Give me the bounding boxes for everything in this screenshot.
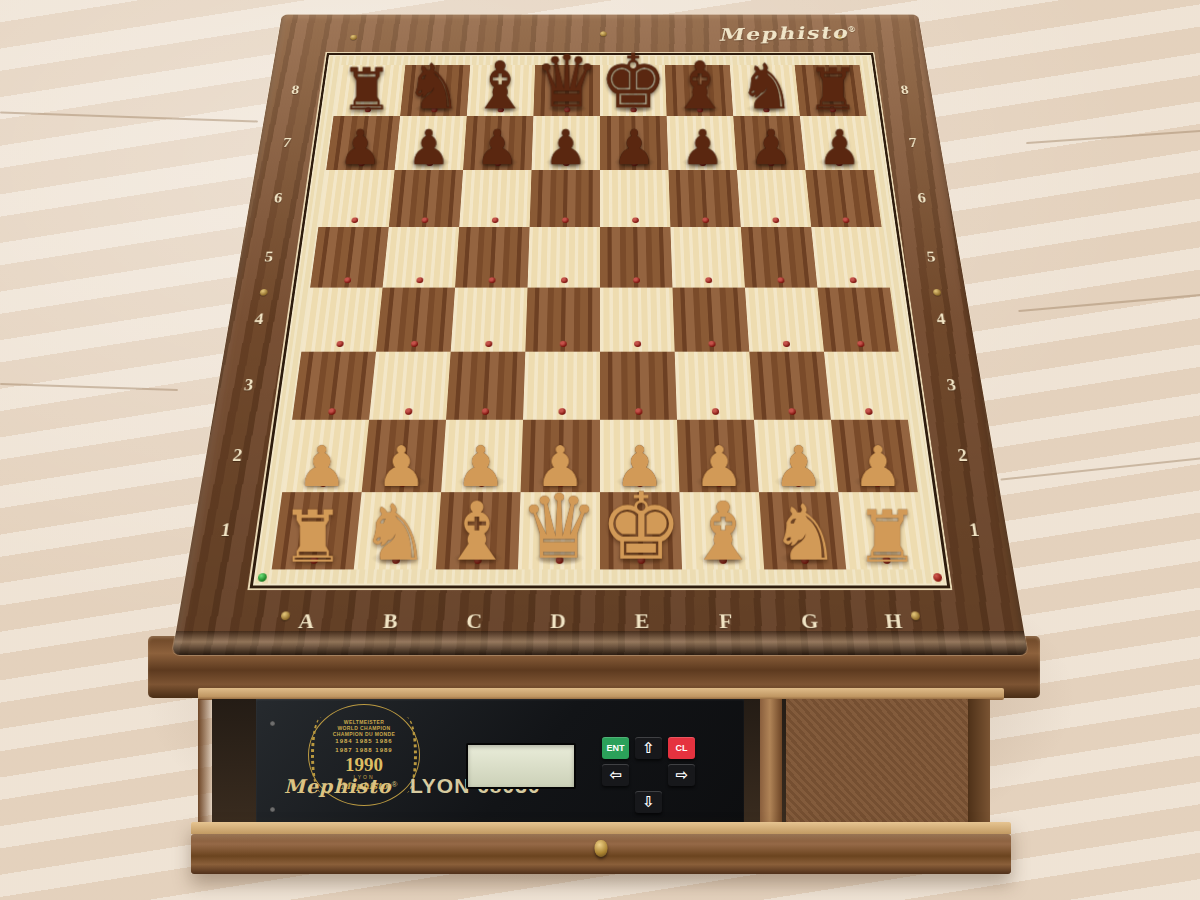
drawer-front-edge [191,822,1011,834]
square-led-icon [310,556,319,563]
square-f6[interactable] [668,170,740,227]
square-h4[interactable] [817,288,898,352]
rank-label-left-8: 8 [269,65,320,116]
square-led-icon [488,277,495,283]
square-d7[interactable] [532,116,600,170]
up-arrow-icon: ⇧ [642,741,655,756]
square-a3[interactable] [292,352,376,420]
square-led-icon [788,408,796,415]
square-led-icon [343,277,350,283]
square-a4[interactable] [301,288,382,352]
square-led-icon [763,107,770,112]
square-e4[interactable] [600,288,675,352]
board-scene: Mephisto® 87654321 87654321 ABCDEFGH ♜♞♝… [172,0,1028,655]
square-c7[interactable] [463,116,533,170]
square-led-icon [637,556,645,563]
square-led-icon [864,408,872,415]
square-led-icon [699,161,706,166]
square-led-icon [635,408,642,415]
square-e3[interactable] [600,352,677,420]
square-h8[interactable] [795,65,867,116]
square-g4[interactable] [745,288,824,352]
square-led-icon [336,341,344,347]
square-d6[interactable] [530,170,600,227]
square-h5[interactable] [811,227,890,287]
square-f5[interactable] [670,227,745,287]
square-led-icon [328,408,336,415]
square-g8[interactable] [730,65,800,116]
square-led-icon [882,556,891,563]
square-led-icon [481,408,489,415]
drawer-front[interactable] [191,822,1011,874]
rank-label-right-8: 8 [879,65,930,116]
square-d4[interactable] [525,288,600,352]
square-e6[interactable] [600,170,670,227]
module-screw-icon [270,807,275,812]
square-led-icon [398,480,406,487]
square-e2[interactable] [600,420,679,492]
square-led-icon [559,341,566,347]
playfield [250,53,951,588]
square-d8[interactable] [533,65,600,116]
square-f7[interactable] [667,116,737,170]
square-led-icon [404,408,412,415]
square-b3[interactable] [369,352,451,420]
square-led-icon [857,341,865,347]
square-c5[interactable] [455,227,530,287]
squares-grid [272,65,929,570]
square-led-icon [800,556,808,563]
corner-led-green-icon [257,573,267,582]
square-led-icon [634,341,641,347]
square-led-icon [829,107,836,112]
square-led-icon [421,217,428,222]
square-led-icon [431,107,438,112]
square-led-icon [772,217,779,222]
square-led-icon [473,556,481,563]
keypad: ENT⇧CL⇦⇨⇩ [602,737,695,813]
square-c6[interactable] [459,170,531,227]
square-led-icon [319,480,327,487]
square-led-icon [560,277,567,283]
computer-module: WELTMEISTER WORLD CHAMPION CHAMPION DU M… [256,699,744,828]
down-arrow-icon: ⇩ [642,795,655,810]
module-screw-icon [270,721,275,726]
square-led-icon [767,161,774,166]
square-led-icon [562,217,569,222]
rank-label-left-2: 2 [206,420,269,492]
square-led-icon [497,107,504,112]
square-led-icon [351,217,358,222]
square-led-icon [564,107,570,112]
drawer-right-wall [968,699,990,828]
drawer-interior: WELTMEISTER WORLD CHAMPION CHAMPION DU M… [212,699,990,828]
square-led-icon [632,217,639,222]
square-b8[interactable] [400,65,470,116]
brand-script: Mephisto [284,775,392,797]
square-f2[interactable] [677,420,759,492]
square-led-icon [494,161,501,166]
square-led-icon [410,341,418,347]
rank-label-left-5: 5 [240,227,297,287]
square-led-icon [873,480,881,487]
square-h3[interactable] [824,352,908,420]
corner-led-red-icon [933,573,943,582]
square-led-icon [477,480,485,487]
square-d5[interactable] [528,227,600,287]
registered-mark: ® [392,780,398,789]
square-f1[interactable] [679,492,764,569]
rank-label-right-7: 7 [887,116,940,170]
square-led-icon [557,480,565,487]
drawer-front-face [191,834,1011,874]
square-g5[interactable] [741,227,818,287]
square-b1[interactable] [354,492,441,569]
square-g6[interactable] [737,170,811,227]
square-led-icon [631,161,638,166]
square-c4[interactable] [451,288,528,352]
square-a1[interactable] [272,492,362,569]
drawer-left-wall [198,699,212,828]
square-b5[interactable] [383,227,460,287]
square-a8[interactable] [334,65,406,116]
square-led-icon [358,161,365,166]
square-h6[interactable] [805,170,881,227]
key-down[interactable]: ⇩ [635,791,662,813]
square-led-icon [555,556,563,563]
square-led-icon [563,161,570,166]
square-led-icon [705,277,712,283]
square-b2[interactable] [362,420,446,492]
square-b7[interactable] [395,116,467,170]
square-a6[interactable] [318,170,394,227]
square-led-icon [485,341,492,347]
key-ent[interactable]: ENT [602,737,629,759]
square-led-icon [491,217,498,222]
square-led-icon [715,480,723,487]
photo-stage: Mephisto® 87654321 87654321 ABCDEFGH ♜♞♝… [0,0,1200,900]
square-g7[interactable] [733,116,805,170]
square-led-icon [782,341,790,347]
square-led-icon [708,341,715,347]
floor-plank-seam [0,383,178,391]
drawer-knob[interactable] [595,840,608,857]
right-arrow-icon: ⇨ [675,768,688,783]
square-g2[interactable] [754,420,838,492]
square-a7[interactable] [326,116,400,170]
square-h1[interactable] [838,492,928,569]
square-a5[interactable] [310,227,389,287]
square-led-icon [416,277,423,283]
drawer-divider [760,699,782,828]
square-led-icon [633,277,640,283]
square-f4[interactable] [672,288,749,352]
square-c1[interactable] [436,492,521,569]
square-led-icon [426,161,433,166]
square-d2[interactable] [521,420,600,492]
square-led-icon [702,217,709,222]
left-arrow-icon: ⇦ [609,768,622,783]
emblem-years: 1984 1985 1986 [335,737,392,745]
floor-plank-seam [1018,294,1200,312]
square-c8[interactable] [467,65,535,116]
square-e5[interactable] [600,227,672,287]
square-led-icon [711,408,719,415]
square-e8[interactable] [600,65,667,116]
floor-plank-seam [1026,130,1200,144]
square-led-icon [391,556,399,563]
key-right[interactable]: ⇨ [668,764,695,786]
square-led-icon [777,277,784,283]
square-b4[interactable] [376,288,455,352]
square-g1[interactable] [759,492,846,569]
key-up[interactable]: ⇧ [635,737,662,759]
square-led-icon [842,217,849,222]
emblem-year-1990: 1990 [345,755,383,774]
square-f8[interactable] [665,65,733,116]
square-a2[interactable] [282,420,369,492]
key-left[interactable]: ⇦ [602,764,629,786]
square-h2[interactable] [831,420,918,492]
square-led-icon [364,107,371,112]
square-led-icon [636,480,644,487]
square-led-icon [849,277,856,283]
square-led-icon [558,408,565,415]
empty-compartment [786,699,968,828]
square-led-icon [835,161,842,166]
rank-label-left-4: 4 [229,288,288,352]
square-b6[interactable] [389,170,463,227]
floor-plank-seam [1000,457,1200,480]
emblem-years: 1987 1988 1989 [335,746,392,754]
square-led-icon [794,480,802,487]
square-led-icon [696,107,703,112]
lcd-display [466,743,576,789]
rank-label-left-7: 7 [260,116,313,170]
square-e7[interactable] [600,116,668,170]
square-d1[interactable] [518,492,600,569]
square-c3[interactable] [446,352,525,420]
piece-drawer[interactable]: WELTMEISTER WORLD CHAMPION CHAMPION DU M… [198,688,1004,874]
square-d3[interactable] [523,352,600,420]
board-3d: Mephisto® 87654321 87654321 ABCDEFGH ♜♞♝… [172,15,1028,655]
square-led-icon [630,107,636,112]
square-led-icon [719,556,727,563]
key-cl[interactable]: CL [668,737,695,759]
square-f3[interactable] [675,352,754,420]
square-g3[interactable] [749,352,831,420]
square-e1[interactable] [600,492,682,569]
square-c2[interactable] [441,420,523,492]
square-h7[interactable] [800,116,874,170]
